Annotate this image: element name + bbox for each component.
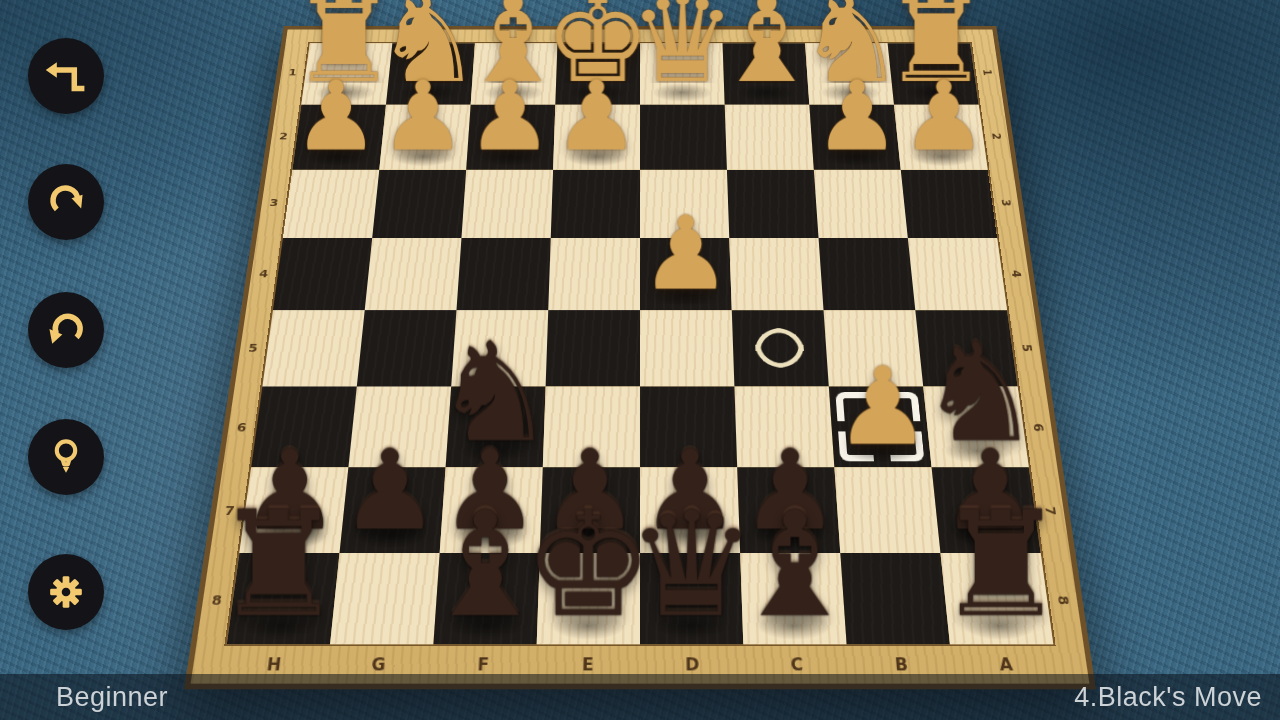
piece-black-rook[interactable]: ♜ <box>936 491 1067 637</box>
square-e8[interactable]: ♚ <box>537 553 640 644</box>
square-e5[interactable] <box>546 310 640 386</box>
square-h5[interactable] <box>262 310 364 386</box>
gear-icon <box>42 568 90 616</box>
piece-white-pawn[interactable]: ♟ <box>814 68 900 164</box>
square-a8[interactable]: ♜ <box>940 553 1053 644</box>
square-d4[interactable]: ♟ <box>640 238 732 310</box>
square-g2[interactable]: ♟ <box>379 105 470 170</box>
square-g4[interactable] <box>365 238 462 310</box>
square-c5[interactable] <box>732 310 829 386</box>
square-b2[interactable]: ♟ <box>809 105 900 170</box>
square-c3[interactable] <box>727 170 819 238</box>
hint-button[interactable] <box>28 419 104 495</box>
status-bar: Beginner 4.Black's Move <box>0 674 1280 720</box>
back-button[interactable] <box>28 38 104 114</box>
rotate-icon <box>43 179 89 225</box>
piece-black-rook[interactable]: ♜ <box>213 491 344 637</box>
lightbulb-icon <box>43 434 89 480</box>
difficulty-label: Beginner <box>56 682 168 713</box>
undo-move-button[interactable] <box>28 292 104 368</box>
piece-white-pawn[interactable]: ♟ <box>293 68 379 164</box>
square-e3[interactable] <box>551 170 640 238</box>
rank-label-3: 3 <box>963 193 1050 213</box>
square-c2[interactable] <box>725 105 814 170</box>
square-e4[interactable] <box>548 238 640 310</box>
square-c1[interactable]: ♝ <box>723 43 810 105</box>
undo-icon <box>43 307 89 353</box>
square-b3[interactable] <box>814 170 908 238</box>
square-h4[interactable] <box>273 238 372 310</box>
square-d8[interactable]: ♛ <box>640 553 743 644</box>
square-d5[interactable] <box>640 310 734 386</box>
square-f2[interactable]: ♟ <box>466 105 555 170</box>
piece-white-pawn[interactable]: ♟ <box>834 353 931 461</box>
back-arrow-icon <box>43 53 89 99</box>
settings-button[interactable] <box>28 554 104 630</box>
board-frame: 12345678 ♜♞♝♚♛♝♞♜♟♟♟♟♟♟♟♞♟♞♟♟♟♟♟♟♟♜♝♚♛♝♜… <box>184 26 1096 689</box>
board-grid: ♜♞♝♚♛♝♞♜♟♟♟♟♟♟♟♞♟♞♟♟♟♟♟♟♟♜♝♚♛♝♜ <box>224 42 1056 647</box>
square-d1[interactable]: ♛ <box>640 43 725 105</box>
square-f4[interactable] <box>456 238 550 310</box>
square-c4[interactable] <box>729 238 823 310</box>
move-indicator: 4.Black's Move <box>1074 682 1262 713</box>
move-from-marker <box>755 328 805 368</box>
piece-white-pawn[interactable]: ♟ <box>901 68 987 164</box>
piece-white-pawn[interactable]: ♟ <box>380 68 466 164</box>
chess-board: 12345678 ♜♞♝♚♛♝♞♜♟♟♟♟♟♟♟♞♟♞♟♟♟♟♟♟♟♜♝♚♛♝♜… <box>184 26 1096 689</box>
square-h3[interactable] <box>283 170 379 238</box>
square-g3[interactable] <box>372 170 466 238</box>
square-b4[interactable] <box>819 238 916 310</box>
piece-white-pawn[interactable]: ♟ <box>553 68 639 164</box>
square-e2[interactable]: ♟ <box>553 105 640 170</box>
square-a2[interactable]: ♟ <box>894 105 988 170</box>
piece-white-pawn[interactable]: ♟ <box>640 203 731 305</box>
square-c8[interactable]: ♝ <box>740 553 846 644</box>
piece-white-pawn[interactable]: ♟ <box>467 68 553 164</box>
square-h2[interactable]: ♟ <box>292 105 386 170</box>
square-b6[interactable]: ♟ <box>829 386 932 467</box>
rotate-board-button[interactable] <box>28 164 104 240</box>
piece-black-bishop[interactable]: ♝ <box>729 491 860 637</box>
square-d2[interactable] <box>640 105 727 170</box>
square-h8[interactable]: ♜ <box>227 553 340 644</box>
square-f3[interactable] <box>461 170 553 238</box>
